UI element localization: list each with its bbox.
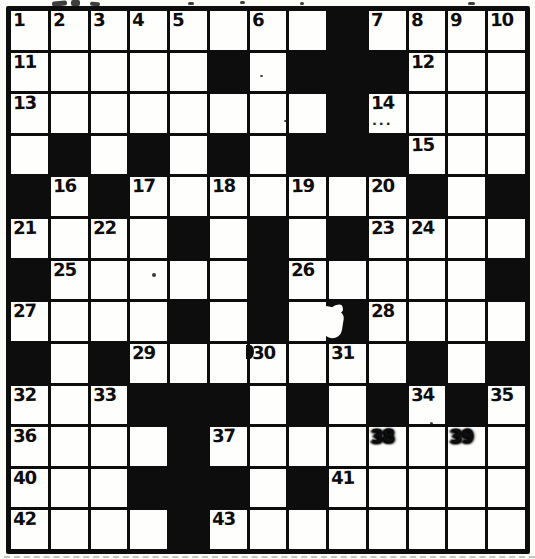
cell-r1-c11[interactable] <box>448 53 485 92</box>
cell-r4-c4[interactable] <box>170 177 207 216</box>
cell-r8-c8[interactable]: 31 <box>329 344 366 383</box>
cell-r11-c2[interactable] <box>91 469 128 508</box>
cell-r2-c7[interactable] <box>289 94 326 133</box>
cell-r3-c7-black <box>289 136 326 175</box>
cell-r6-c1[interactable]: 25 <box>51 261 88 300</box>
cell-r3-c1-black <box>51 136 88 175</box>
cell-r3-c9-black <box>369 136 406 175</box>
cell-r12-c2[interactable] <box>91 510 128 549</box>
clue-number-5: 5 <box>172 11 184 30</box>
cell-r4-c7[interactable]: 19 <box>289 177 326 216</box>
cell-r1-c9-black <box>369 53 406 92</box>
cell-r11-c5-black <box>210 469 247 508</box>
clue-number-2: 2 <box>53 11 65 30</box>
cell-r3-c10[interactable]: 15 <box>409 136 446 175</box>
cell-r10-c4-black <box>170 427 207 466</box>
cell-r12-c1[interactable] <box>51 510 88 549</box>
cell-r12-c5[interactable]: 43 <box>210 510 247 549</box>
cell-r4-c10-black <box>409 177 446 216</box>
cell-r11-c0[interactable]: 40 <box>11 469 48 508</box>
clue-number-1: 1 <box>13 11 25 30</box>
scanned-page: 1234567891011121314151617181920212223242… <box>0 0 535 559</box>
cell-r9-c9-black <box>369 386 406 425</box>
cell-r7-c8-black <box>329 302 366 341</box>
cell-r4-c6[interactable] <box>250 177 287 216</box>
cell-r10-c12[interactable] <box>488 427 525 466</box>
cell-r7-c12[interactable] <box>488 302 525 341</box>
cell-r12-c4-black <box>170 510 207 549</box>
cell-r7-c9[interactable]: 28 <box>369 302 406 341</box>
cell-r10-c8[interactable] <box>329 427 366 466</box>
cell-r10-c1[interactable] <box>51 427 88 466</box>
cell-r10-c0[interactable]: 36 <box>11 427 48 466</box>
clue-number-11: 11 <box>13 52 37 71</box>
cell-r5-c9[interactable]: 23 <box>369 219 406 258</box>
cell-r8-c10-black <box>409 344 446 383</box>
cell-r11-c9[interactable] <box>369 469 406 508</box>
clue-number-38: 38 <box>371 427 395 446</box>
clue-number-32: 32 <box>13 385 37 404</box>
clue-number-7: 7 <box>371 11 383 30</box>
cell-r7-c4-black <box>170 302 207 341</box>
cell-r12-c11[interactable] <box>448 510 485 549</box>
cell-r3-c0[interactable] <box>11 136 48 175</box>
cell-r12-c7[interactable] <box>289 510 326 549</box>
cell-r11-c12[interactable] <box>488 469 525 508</box>
cell-r4-c0-black <box>11 177 48 216</box>
cell-r9-c5-black <box>210 386 247 425</box>
cell-r3-c4[interactable] <box>170 136 207 175</box>
cell-r9-c6[interactable] <box>250 386 287 425</box>
clue-number-42: 42 <box>13 510 37 529</box>
clue-number-30: 30 <box>251 344 275 363</box>
cell-r6-c2[interactable] <box>91 261 128 300</box>
cell-r0-c5[interactable] <box>210 11 247 50</box>
cell-r3-c8-black <box>329 136 366 175</box>
cell-r8-c4[interactable] <box>170 344 207 383</box>
cell-r5-c6-black <box>250 219 287 258</box>
cell-r2-c3[interactable] <box>130 94 167 133</box>
clue-number-24: 24 <box>410 219 434 238</box>
cell-r9-c8[interactable] <box>329 386 366 425</box>
cell-r7-c3[interactable] <box>130 302 167 341</box>
cell-r6-c11[interactable] <box>448 261 485 300</box>
clue-number-3: 3 <box>92 11 104 30</box>
cell-r0-c9[interactable]: 7 <box>369 11 406 50</box>
cell-r7-c2[interactable] <box>91 302 128 341</box>
cell-r11-c3-black <box>130 469 167 508</box>
print-smudge <box>300 2 304 5</box>
clue-number-36: 36 <box>13 427 37 446</box>
cell-r2-c6[interactable] <box>250 94 287 133</box>
clue-number-23: 23 <box>371 219 395 238</box>
cell-r2-c5[interactable] <box>210 94 247 133</box>
cell-r11-c11[interactable] <box>448 469 485 508</box>
cell-r12-c10[interactable] <box>409 510 446 549</box>
cell-r8-c6[interactable]: 30 <box>250 344 287 383</box>
cell-r2-c8-black <box>329 94 366 133</box>
cell-r2-c9[interactable]: 14 <box>369 94 406 133</box>
cell-r9-c0[interactable]: 32 <box>11 386 48 425</box>
cell-r10-c11[interactable]: 39 <box>448 427 485 466</box>
cell-r4-c8[interactable] <box>329 177 366 216</box>
cell-r7-c5[interactable] <box>210 302 247 341</box>
cell-r12-c3[interactable] <box>130 510 167 549</box>
cell-r0-c4[interactable]: 5 <box>170 11 207 50</box>
cell-r1-c3[interactable] <box>130 53 167 92</box>
cell-r0-c10[interactable]: 8 <box>409 11 446 50</box>
cell-r7-c11[interactable] <box>448 302 485 341</box>
cell-r3-c12[interactable] <box>488 136 525 175</box>
clue-number-14: 14 <box>371 94 395 113</box>
cell-r6-c3[interactable] <box>130 261 167 300</box>
cell-r5-c4-black <box>170 219 207 258</box>
cell-r8-c7[interactable] <box>289 344 326 383</box>
cell-r8-c2-black <box>91 344 128 383</box>
clue-number-20: 20 <box>371 177 395 196</box>
cell-r6-c7[interactable]: 26 <box>289 261 326 300</box>
cell-r4-c2-black <box>91 177 128 216</box>
clue-number-31: 31 <box>331 344 355 363</box>
cell-r5-c5[interactable] <box>210 219 247 258</box>
cell-r4-c9[interactable]: 20 <box>369 177 406 216</box>
cell-r1-c6[interactable] <box>250 53 287 92</box>
cell-r1-c5-black <box>210 53 247 92</box>
cell-r2-c12[interactable] <box>488 94 525 133</box>
clue-number-10: 10 <box>490 11 514 30</box>
cell-r11-c6[interactable] <box>250 469 287 508</box>
cell-r10-c2[interactable] <box>91 427 128 466</box>
cell-r6-c8[interactable] <box>329 261 366 300</box>
clue-number-37: 37 <box>212 427 236 446</box>
cell-r8-c9[interactable] <box>369 344 406 383</box>
cell-r2-c0[interactable]: 13 <box>11 94 48 133</box>
cell-r3-c3-black <box>130 136 167 175</box>
cell-r12-c0[interactable]: 42 <box>11 510 48 549</box>
cell-r3-c11[interactable] <box>448 136 485 175</box>
cell-r11-c1[interactable] <box>51 469 88 508</box>
clue-number-17: 17 <box>132 177 156 196</box>
clue-number-22: 22 <box>92 219 116 238</box>
cell-r10-c7[interactable] <box>289 427 326 466</box>
cell-r3-c5-black <box>210 136 247 175</box>
cell-r2-c11[interactable] <box>448 94 485 133</box>
cell-r7-c0[interactable]: 27 <box>11 302 48 341</box>
cell-r6-c12-black <box>488 261 525 300</box>
cell-r12-c9[interactable] <box>369 510 406 549</box>
cell-r5-c0[interactable]: 21 <box>11 219 48 258</box>
cell-r4-c5[interactable]: 18 <box>210 177 247 216</box>
cell-r0-c1[interactable]: 2 <box>51 11 88 50</box>
cell-r9-c2[interactable]: 33 <box>91 386 128 425</box>
cell-r1-c2[interactable] <box>91 53 128 92</box>
cell-r0-c7[interactable] <box>289 11 326 50</box>
cell-r9-c4-black <box>170 386 207 425</box>
cell-r12-c8[interactable] <box>329 510 366 549</box>
clue-number-15: 15 <box>410 136 434 155</box>
cell-r1-c0[interactable]: 11 <box>11 53 48 92</box>
cell-r5-c11[interactable] <box>448 219 485 258</box>
cell-r11-c4-black <box>170 469 207 508</box>
cell-r6-c10[interactable] <box>409 261 446 300</box>
cell-r0-c8-black <box>329 11 366 50</box>
cell-r5-c12[interactable] <box>488 219 525 258</box>
cell-r11-c7-black <box>289 469 326 508</box>
cell-r0-c12[interactable]: 10 <box>488 11 525 50</box>
cell-r9-c11-black <box>448 386 485 425</box>
crossword-board: 1234567891011121314151617181920212223242… <box>6 6 530 554</box>
print-smudge <box>188 2 194 5</box>
cell-r0-c2[interactable]: 3 <box>91 11 128 50</box>
clue-number-33: 33 <box>92 385 116 404</box>
clue-number-26: 26 <box>291 260 315 279</box>
clue-number-40: 40 <box>13 468 37 487</box>
print-speck <box>260 75 263 77</box>
cell-r4-c3[interactable]: 17 <box>130 177 167 216</box>
cell-r6-c9[interactable] <box>369 261 406 300</box>
cell-r2-c1[interactable] <box>51 94 88 133</box>
cell-r9-c7-black <box>289 386 326 425</box>
clue-number-12: 12 <box>410 52 434 71</box>
cell-r6-c6-black <box>250 261 287 300</box>
cell-r8-c3[interactable]: 29 <box>130 344 167 383</box>
clue-number-21: 21 <box>13 219 37 238</box>
cell-r4-c11[interactable] <box>448 177 485 216</box>
cell-r7-c10[interactable] <box>409 302 446 341</box>
cell-r9-c1[interactable] <box>51 386 88 425</box>
cell-r5-c2[interactable]: 22 <box>91 219 128 258</box>
cell-r0-c3[interactable]: 4 <box>130 11 167 50</box>
cell-r5-c3[interactable] <box>130 219 167 258</box>
clue-number-9: 9 <box>450 11 462 30</box>
cell-r8-c11[interactable] <box>448 344 485 383</box>
cell-r5-c8-black <box>329 219 366 258</box>
cell-r9-c3-black <box>130 386 167 425</box>
clue-number-43: 43 <box>212 510 236 529</box>
print-speck <box>430 422 433 425</box>
cell-r5-c10[interactable]: 24 <box>409 219 446 258</box>
cell-r1-c10[interactable]: 12 <box>409 53 446 92</box>
cell-r11-c10[interactable] <box>409 469 446 508</box>
clue-number-25: 25 <box>53 260 77 279</box>
cell-r7-c6-black <box>250 302 287 341</box>
clue-number-16: 16 <box>53 177 77 196</box>
clue-number-34: 34 <box>410 385 434 404</box>
scan-edge-line <box>4 556 535 558</box>
cell-r2-c10[interactable] <box>409 94 446 133</box>
cell-r10-c6[interactable] <box>250 427 287 466</box>
cell-r4-c12-black <box>488 177 525 216</box>
cell-r1-c1[interactable] <box>51 53 88 92</box>
cell-r9-c12[interactable]: 35 <box>488 386 525 425</box>
cell-r10-c10[interactable] <box>409 427 446 466</box>
clue-number-6: 6 <box>251 11 263 30</box>
clue-number-27: 27 <box>13 302 37 321</box>
cell-r3-c2[interactable] <box>91 136 128 175</box>
cell-r10-c5[interactable]: 37 <box>210 427 247 466</box>
cell-r0-c6[interactable]: 6 <box>250 11 287 50</box>
cell-r4-c1[interactable]: 16 <box>51 177 88 216</box>
cell-r8-c5[interactable] <box>210 344 247 383</box>
cell-r8-c0-black <box>11 344 48 383</box>
cell-r1-c4[interactable] <box>170 53 207 92</box>
cell-r10-c3[interactable] <box>130 427 167 466</box>
cell-r5-c7[interactable] <box>289 219 326 258</box>
clue-number-28: 28 <box>371 302 395 321</box>
clue-number-39: 39 <box>450 427 474 446</box>
cell-r2-c4[interactable] <box>170 94 207 133</box>
cell-r5-c1[interactable] <box>51 219 88 258</box>
cell-r2-c2[interactable] <box>91 94 128 133</box>
clue-number-41: 41 <box>331 468 355 487</box>
print-speck <box>284 120 287 122</box>
cell-r10-c9[interactable]: 38 <box>369 427 406 466</box>
cell-r9-c10[interactable]: 34 <box>409 386 446 425</box>
cell-r1-c7-black <box>289 53 326 92</box>
print-speck <box>152 273 156 277</box>
cell-r12-c12[interactable] <box>488 510 525 549</box>
cell-r3-c6[interactable] <box>250 136 287 175</box>
cell-r11-c8[interactable]: 41 <box>329 469 366 508</box>
clue-number-19: 19 <box>291 177 315 196</box>
clue-number-13: 13 <box>13 94 37 113</box>
cell-r6-c4[interactable] <box>170 261 207 300</box>
cell-r7-c1[interactable] <box>51 302 88 341</box>
cell-r1-c8-black <box>329 53 366 92</box>
cell-r6-c5[interactable] <box>210 261 247 300</box>
cell-r0-c0[interactable]: 1 <box>11 11 48 50</box>
clue-number-29: 29 <box>132 344 156 363</box>
cell-r12-c6[interactable] <box>250 510 287 549</box>
print-smudge <box>240 1 245 4</box>
clue-number-4: 4 <box>132 11 144 30</box>
cell-r8-c1[interactable] <box>51 344 88 383</box>
cell-r8-c12-black <box>488 344 525 383</box>
clue-number-8: 8 <box>410 11 422 30</box>
print-smudge <box>468 2 475 5</box>
cell-r1-c12[interactable] <box>488 53 525 92</box>
cell-r0-c11[interactable]: 9 <box>448 11 485 50</box>
clue-number-18: 18 <box>212 177 236 196</box>
cell-r6-c0-black <box>11 261 48 300</box>
clue-number-35: 35 <box>490 385 514 404</box>
